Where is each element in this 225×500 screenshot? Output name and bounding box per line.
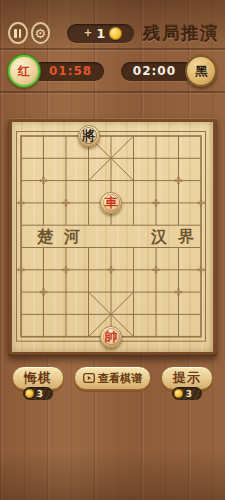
coin-icon: [25, 389, 34, 398]
coin-plus: +: [84, 28, 92, 38]
wood-seam: [0, 91, 225, 93]
coin-icon: [174, 389, 183, 398]
pause-button[interactable]: [8, 22, 28, 44]
red-chariot[interactable]: 車: [100, 192, 122, 214]
hint-group: 提示 3: [161, 366, 213, 400]
app-screen: ⚙ + 1 残局推演 红 01:58 02:00 黑: [0, 0, 225, 500]
view-record-label: 查看棋谱: [98, 371, 142, 386]
black-avatar-label: 黑: [195, 63, 207, 80]
hint-cost-badge: 3: [172, 387, 202, 400]
undo-label: 悔棋: [24, 369, 52, 387]
black-timer: 02:00: [121, 62, 194, 81]
view-record-button[interactable]: 查看棋谱: [74, 366, 151, 390]
piece-glyph: 將: [82, 129, 95, 142]
top-bar: ⚙ + 1 残局推演: [8, 20, 219, 46]
red-avatar-label: 红: [18, 63, 30, 80]
coin-counter[interactable]: + 1: [67, 24, 134, 43]
coin-count: 1: [96, 27, 105, 40]
undo-cost-badge: 3: [23, 387, 53, 400]
record-group: 查看棋谱: [74, 366, 151, 390]
pieces-layer: 將車帥: [10, 125, 213, 348]
red-player: 红 01:58: [8, 55, 104, 87]
xiangqi-board[interactable]: 楚河 汉界 將車帥: [12, 122, 213, 352]
page-title: 残局推演: [143, 22, 219, 45]
red-general[interactable]: 帥: [100, 326, 122, 348]
black-general[interactable]: 將: [78, 125, 100, 147]
piece-glyph: 帥: [105, 330, 118, 343]
action-bar: 悔棋 3 查看棋谱 提示 3: [12, 366, 213, 400]
settings-button[interactable]: ⚙: [31, 22, 51, 44]
wood-seam: [0, 48, 225, 50]
black-avatar: 黑: [185, 55, 217, 87]
hint-cost: 3: [186, 389, 192, 399]
undo-group: 悔棋 3: [12, 366, 64, 400]
gear-icon: ⚙: [34, 27, 46, 40]
red-avatar: 红: [8, 55, 40, 87]
coin-icon: [109, 27, 122, 40]
undo-cost: 3: [37, 389, 43, 399]
red-timer: 01:58: [31, 62, 104, 81]
black-player: 02:00 黑: [121, 55, 217, 87]
player-bar: 红 01:58 02:00 黑: [8, 56, 217, 86]
board-panel: 楚河 汉界 將車帥: [8, 118, 217, 356]
hint-label: 提示: [173, 369, 201, 387]
pause-icon: [14, 29, 21, 38]
piece-glyph: 車: [105, 196, 118, 209]
video-icon: [83, 373, 95, 383]
